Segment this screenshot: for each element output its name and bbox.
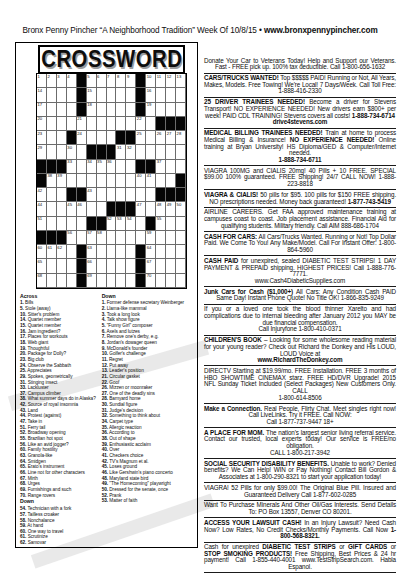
cell-r7c5[interactable]	[77, 160, 87, 174]
cell-r14c6[interactable]: 66	[87, 259, 97, 273]
clue-item: 34. Carpet type	[102, 419, 194, 424]
cell-r1c2[interactable]: 2	[47, 74, 57, 88]
cell-r6c10[interactable]: 32	[126, 145, 136, 159]
masthead-site-url: www.bronxpennypincher.com	[264, 26, 378, 35]
clue-item: 24. Observe the Sabbath	[20, 363, 99, 368]
cell-r2c7[interactable]	[97, 88, 107, 102]
cell-number: 55	[157, 216, 162, 221]
cell-r5c14[interactable]: 27	[166, 131, 176, 145]
cell-r11c1[interactable]: 51	[37, 217, 47, 231]
cell-r3c7[interactable]	[97, 103, 107, 117]
cell-r6c3[interactable]	[57, 145, 67, 159]
cell-number: 54	[127, 216, 132, 221]
cell-number: 8	[117, 74, 119, 79]
clue-item: 17. Places for workouts	[20, 334, 99, 339]
clue-item: 5. "Funny Girl" composer	[102, 323, 194, 328]
down-clues-list: 1. Former defense secretary Weinberger2.…	[102, 300, 194, 503]
cell-r1c9[interactable]: 8	[116, 74, 126, 88]
cell-r3c13[interactable]	[156, 103, 166, 117]
cell-r1c6[interactable]: 5	[87, 74, 97, 88]
black-cell-r4c13	[156, 117, 166, 131]
black-cell-r15c11	[136, 274, 146, 288]
cell-r2c13[interactable]	[156, 88, 166, 102]
cell-r8c6[interactable]	[87, 174, 97, 188]
cell-r9c11[interactable]	[136, 188, 146, 202]
cell-r4c7[interactable]	[97, 117, 107, 131]
cell-r2c2[interactable]	[47, 88, 57, 102]
cell-r7c13[interactable]: 37	[156, 160, 166, 174]
cell-r7c6[interactable]: 34	[87, 160, 97, 174]
cell-number: 21	[77, 116, 82, 121]
cell-r3c1[interactable]: 17	[37, 103, 47, 117]
cell-r8c2[interactable]: 38	[47, 174, 57, 188]
cell-r9c3[interactable]	[57, 188, 67, 202]
cell-r8c3[interactable]: 39	[57, 174, 67, 188]
black-cell-r9c15	[176, 188, 186, 202]
cell-r12c11[interactable]	[136, 231, 146, 245]
cell-r14c4[interactable]	[67, 259, 77, 273]
cell-r7c4[interactable]: 33	[67, 160, 77, 174]
clue-item: 18. Web giant	[20, 340, 99, 345]
cell-r11c15[interactable]	[176, 217, 186, 231]
cell-r5c7[interactable]	[97, 131, 107, 145]
clue-item: 10. Golfer's challenge	[102, 351, 194, 356]
cell-r3c14[interactable]	[166, 103, 176, 117]
cell-r5c12[interactable]	[146, 131, 156, 145]
cell-r11c4[interactable]	[67, 217, 77, 231]
cell-number: 60	[38, 245, 43, 250]
cell-r4c9[interactable]	[116, 117, 126, 131]
cell-r6c13[interactable]	[156, 145, 166, 159]
classified-ad: VIAGRA! 52 Pills for only $99.00! The Or…	[204, 482, 396, 500]
cell-r4c5[interactable]: 21	[77, 117, 87, 131]
cell-r12c7[interactable]: 58	[97, 231, 107, 245]
cell-r10c15[interactable]: 50	[176, 202, 186, 216]
cell-r9c12[interactable]	[146, 188, 156, 202]
cell-r14c1[interactable]: 65	[37, 259, 47, 273]
cell-r5c15[interactable]: 28	[176, 131, 186, 145]
cell-number: 69	[87, 273, 92, 278]
black-cell-r4c14	[166, 117, 176, 131]
cell-r6c4[interactable]: 30	[67, 145, 77, 159]
crossword-logo-box: CROSSWORD	[38, 45, 185, 74]
cell-r8c10[interactable]	[126, 174, 136, 188]
cell-r10c4[interactable]: 45	[67, 202, 77, 216]
black-cell-r10c9	[116, 202, 126, 216]
classified-ad: Donate Your Car to Veterans Today! Help …	[204, 56, 396, 73]
clue-item: 44. Protest (against)	[20, 413, 99, 418]
cell-r11c5[interactable]	[77, 217, 87, 231]
cell-r5c5[interactable]: 24	[77, 131, 87, 145]
cell-number: 36	[107, 159, 112, 164]
cell-r2c15[interactable]	[176, 88, 186, 102]
black-cell-r9c5	[77, 188, 87, 202]
cell-r1c15[interactable]: 13	[176, 74, 186, 88]
black-cell-r11c12	[146, 217, 156, 231]
cell-r13c3[interactable]: 62	[57, 245, 67, 259]
cell-number: 12	[167, 74, 172, 79]
cell-number: 2	[47, 74, 49, 79]
cell-number: 43	[87, 188, 92, 193]
cell-r1c1[interactable]: 1	[37, 74, 47, 88]
clue-item: 28. Barnyard home	[102, 396, 194, 401]
clue-item: 9. McDonald's founder	[102, 346, 194, 351]
clue-item: 27. One of the deadly sins	[102, 391, 194, 396]
clue-item: 39. Enthusiastic acclaim	[102, 442, 194, 447]
crossword-title: CROSSWORD	[41, 46, 182, 73]
cell-number: 35	[97, 159, 102, 164]
cell-r6c15[interactable]	[176, 145, 186, 159]
cell-r15c6[interactable]: 69	[87, 274, 97, 288]
cell-r9c9[interactable]	[116, 188, 126, 202]
clue-item: 37. Campus climber	[20, 391, 99, 396]
clue-item: 62. Samovar	[20, 540, 99, 545]
black-cell-r7c1	[37, 160, 47, 174]
cell-r1c3[interactable]: 3	[57, 74, 67, 88]
cell-r8c11[interactable]: 40	[136, 174, 146, 188]
cell-r1c7[interactable]: 6	[97, 74, 107, 88]
cell-r10c2[interactable]	[47, 202, 57, 216]
cell-r13c6[interactable]: 63	[87, 245, 97, 259]
cell-r13c4[interactable]	[67, 245, 77, 259]
cell-r2c12[interactable]: 16	[146, 88, 156, 102]
black-cell-r12c2	[47, 231, 57, 245]
cell-r12c10[interactable]	[126, 231, 136, 245]
cell-r8c13[interactable]	[156, 174, 166, 188]
classified-ad: Cash for unexpired DIABETIC TEST STRIPS …	[204, 542, 396, 573]
clue-item: 52. Prank	[102, 493, 194, 498]
cell-r2c8[interactable]	[107, 88, 117, 102]
cell-r2c1[interactable]: 14	[37, 88, 47, 102]
cell-r4c4[interactable]	[67, 117, 77, 131]
cell-r12c12[interactable]: 59	[146, 231, 156, 245]
cell-r5c2[interactable]	[47, 131, 57, 145]
cell-r15c8[interactable]	[107, 274, 117, 288]
cell-number: 57	[87, 230, 92, 235]
cell-r12c13[interactable]	[156, 231, 166, 245]
across-clues-column: Across 1. Bills5. Stole (away)10. Sitter…	[20, 292, 102, 545]
clue-item: 48. Maryland state bird	[102, 476, 194, 481]
cell-r14c8[interactable]	[107, 259, 117, 273]
cell-r15c3[interactable]	[57, 274, 67, 288]
cell-r15c2[interactable]	[47, 274, 57, 288]
cell-number: 52	[107, 216, 112, 221]
cell-r1c4[interactable]: 4	[67, 74, 77, 88]
black-cell-r9c4	[67, 188, 77, 202]
cell-r13c10[interactable]	[126, 245, 136, 259]
cell-r4c10[interactable]	[126, 117, 136, 131]
cell-r8c4[interactable]	[67, 174, 77, 188]
cell-number: 27	[167, 131, 172, 136]
cell-number: 7	[107, 74, 109, 79]
black-cell-r5c9	[116, 131, 126, 145]
cell-r8c8[interactable]	[107, 174, 117, 188]
cell-r12c15[interactable]	[176, 231, 186, 245]
clue-item: 47. Take in	[20, 419, 99, 424]
black-cell-r7c2	[47, 160, 57, 174]
cell-r3c3[interactable]	[57, 103, 67, 117]
cell-r6c2[interactable]	[47, 145, 57, 159]
cell-r1c14[interactable]: 12	[166, 74, 176, 88]
clue-item: 56. Like an avid jogger?	[20, 442, 99, 447]
cell-r14c2[interactable]	[47, 259, 57, 273]
cell-r1c8[interactable]: 7	[107, 74, 117, 88]
cell-r2c9[interactable]	[116, 88, 126, 102]
cell-number: 42	[38, 188, 43, 193]
cell-number: 68	[38, 273, 43, 278]
cell-r3c8[interactable]	[107, 103, 117, 117]
clue-item: 15. Quartet member	[20, 323, 99, 328]
clue-item: 11. Regret	[102, 357, 194, 362]
cell-r2c10[interactable]	[126, 88, 136, 102]
cell-r15c4[interactable]	[67, 274, 77, 288]
cell-r13c8[interactable]	[107, 245, 117, 259]
cell-r15c15[interactable]	[176, 274, 186, 288]
cell-r3c12[interactable]: 19	[146, 103, 156, 117]
clue-item: 26. Mizzen or moonraker	[102, 385, 194, 390]
clue-item: 2. Llama-like mammal	[102, 306, 194, 311]
cell-number: 10	[147, 74, 152, 79]
black-cell-r10c8	[107, 202, 117, 216]
cell-r15c1[interactable]: 68	[37, 274, 47, 288]
clue-item: 60. Family hostility	[20, 447, 99, 452]
cell-r11c8[interactable]: 52	[107, 217, 117, 231]
black-cell-r9c13	[156, 188, 166, 202]
cell-r2c6[interactable]: 15	[87, 88, 97, 102]
cell-r12c9[interactable]	[116, 231, 126, 245]
cell-r13c15[interactable]	[176, 245, 186, 259]
cell-r3c9[interactable]	[116, 103, 126, 117]
masthead-text: Bronx Penny Pincher “A Neighborhood Trad…	[22, 26, 264, 35]
cell-r15c14[interactable]	[166, 274, 176, 288]
clue-item: 42. TV's Magnum et al.	[102, 459, 194, 464]
newspaper-page: Bronx Penny Pincher “A Neighborhood Trad…	[0, 0, 400, 573]
cell-r9c8[interactable]	[107, 188, 117, 202]
cell-r12c5[interactable]	[77, 231, 87, 245]
cell-number: 48	[157, 202, 162, 207]
cell-r1c12[interactable]: 10	[146, 74, 156, 88]
clue-item: 65. Erato's instrument	[20, 464, 99, 469]
clue-item: 14. Quartet member	[20, 317, 99, 322]
cell-number: 14	[38, 88, 43, 93]
cell-r8c7[interactable]	[97, 174, 107, 188]
classified-ad: If you or a loved one took the blood thi…	[204, 304, 396, 335]
cell-r13c9[interactable]	[116, 245, 126, 259]
clue-item: 29. Spokes, geometrically	[20, 374, 99, 379]
clue-item: 13. Leader's position	[102, 368, 194, 373]
cell-r6c11[interactable]	[136, 145, 146, 159]
cell-r13c13[interactable]	[156, 245, 166, 259]
down-header: Down	[102, 294, 194, 300]
cell-r5c1[interactable]: 23	[37, 131, 47, 145]
cell-r11c14[interactable]	[166, 217, 176, 231]
cell-r10c7[interactable]	[97, 202, 107, 216]
cell-r4c12[interactable]	[146, 117, 156, 131]
cell-r15c10[interactable]	[126, 274, 136, 288]
cell-r4c8[interactable]	[107, 117, 117, 131]
cell-r5c3[interactable]	[57, 131, 67, 145]
cell-r10c14[interactable]: 49	[166, 202, 176, 216]
cell-r2c4[interactable]	[67, 88, 77, 102]
clue-item: 52. Broadway opening	[20, 430, 99, 435]
cell-number: 30	[67, 145, 72, 150]
classified-ad: CARS/TRUCKS WANTED! Top $$$$$ PAID! Runn…	[204, 73, 396, 97]
clue-item: 19. Thoughtful	[20, 346, 99, 351]
down-clues-column: Down 1. Former defense secretary Weinber…	[102, 292, 194, 545]
clue-item: 45. Loses ground	[102, 464, 194, 469]
cell-r11c10[interactable]: 54	[126, 217, 136, 231]
cell-number: 56	[67, 230, 72, 235]
masthead: Bronx Penny Pincher “A Neighborhood Trad…	[0, 26, 400, 35]
cell-number: 70	[147, 273, 152, 278]
crossword-feature-box: CROSSWORD 123456789101112131415161718192…	[15, 42, 198, 548]
cell-r13c1[interactable]: 60	[37, 245, 47, 259]
cell-r5c13[interactable]: 26	[156, 131, 166, 145]
cell-r5c8[interactable]	[107, 131, 117, 145]
cell-r14c14[interactable]	[166, 259, 176, 273]
cell-r12c8[interactable]	[107, 231, 117, 245]
cell-r9c10[interactable]	[126, 188, 136, 202]
cell-r13c12[interactable]: 64	[146, 245, 156, 259]
clue-item: 67. Mirth	[20, 476, 99, 481]
cell-r13c2[interactable]: 61	[47, 245, 57, 259]
cell-r10c11[interactable]: 47	[136, 202, 146, 216]
cell-r15c7[interactable]	[97, 274, 107, 288]
cell-r9c6[interactable]: 43	[87, 188, 97, 202]
cell-r5c6[interactable]	[87, 131, 97, 145]
cell-number: 3	[57, 74, 59, 79]
cell-number: 6	[97, 74, 99, 79]
cell-r10c5[interactable]: 46	[77, 202, 87, 216]
cell-r12c6[interactable]: 57	[87, 231, 97, 245]
cell-r6c9[interactable]: 31	[116, 145, 126, 159]
cell-r10c6[interactable]	[87, 202, 97, 216]
clue-item: 49. "The Homecoming" playwright	[102, 481, 194, 486]
cell-r14c7[interactable]	[97, 259, 107, 273]
cell-r8c14[interactable]	[166, 174, 176, 188]
cell-r3c2[interactable]	[47, 103, 57, 117]
cell-r12c14[interactable]	[166, 231, 176, 245]
down-clues-continued-list: 54. Technician with a fork57. Tailless c…	[20, 506, 99, 545]
cell-r7c15[interactable]	[176, 160, 186, 174]
cell-r15c9[interactable]	[116, 274, 126, 288]
cell-number: 13	[177, 74, 182, 79]
cell-r8c5[interactable]	[77, 174, 87, 188]
cell-r6c5[interactable]	[77, 145, 87, 159]
cell-r7c7[interactable]: 35	[97, 160, 107, 174]
cell-number: 29	[38, 145, 43, 150]
clue-item: 1. Bills	[20, 300, 99, 305]
cell-r2c3[interactable]	[57, 88, 67, 102]
cell-number: 40	[137, 173, 142, 178]
cell-r9c7[interactable]	[97, 188, 107, 202]
cell-r3c4[interactable]	[67, 103, 77, 117]
clue-item: 41. Checkers choice	[102, 453, 194, 458]
cell-number: 45	[67, 202, 72, 207]
cell-r13c14[interactable]	[166, 245, 176, 259]
cell-r5c11[interactable]: 25	[136, 131, 146, 145]
cell-r3c10[interactable]	[126, 103, 136, 117]
cell-r4c6[interactable]	[87, 117, 97, 131]
clue-item: 51. Ferry tail	[20, 425, 99, 430]
clue-item: 5. Stole (away)	[20, 306, 99, 311]
classified-ads-column: Donate Your Car to Veterans Today! Help …	[204, 56, 396, 573]
cell-r4c3[interactable]	[57, 117, 67, 131]
cell-r8c9[interactable]	[116, 174, 126, 188]
cell-r6c14[interactable]	[166, 145, 176, 159]
cell-r4c2[interactable]	[47, 117, 57, 131]
cell-r14c13[interactable]	[156, 259, 166, 273]
cell-r3c15[interactable]	[176, 103, 186, 117]
cell-r1c10[interactable]: 9	[126, 74, 136, 88]
cell-number: 16	[147, 88, 152, 93]
cell-r11c2[interactable]	[47, 217, 57, 231]
cell-number: 15	[87, 88, 92, 93]
cell-r12c4[interactable]: 56	[67, 231, 77, 245]
cell-r1c13[interactable]: 11	[156, 74, 166, 88]
classified-ad: AIRLINE CAREERS. Get FAA approved mainte…	[204, 207, 396, 231]
clue-item: 38. Out of shape	[102, 436, 194, 441]
cell-r3c6[interactable]: 18	[87, 103, 97, 117]
cell-r2c14[interactable]	[166, 88, 176, 102]
cell-r11c9[interactable]: 53	[116, 217, 126, 231]
cell-number: 41	[147, 173, 152, 178]
cell-r6c12[interactable]	[146, 145, 156, 159]
cell-r6c1[interactable]: 29	[37, 145, 47, 159]
cell-r11c3[interactable]	[57, 217, 67, 231]
cell-r14c12[interactable]: 67	[146, 259, 156, 273]
cell-r14c3[interactable]	[57, 259, 67, 273]
black-cell-r14c11	[136, 259, 146, 273]
cell-r7c8[interactable]: 36	[107, 160, 117, 174]
clue-item: 42. Source of royal insomnia	[20, 402, 99, 407]
cell-r10c12[interactable]	[146, 202, 156, 216]
cell-r15c13[interactable]	[156, 274, 166, 288]
cell-r10c13[interactable]: 48	[156, 202, 166, 216]
cell-number: 33	[67, 159, 72, 164]
cell-r10c3[interactable]	[57, 202, 67, 216]
cell-r7c14[interactable]	[166, 160, 176, 174]
cell-number: 9	[127, 74, 129, 79]
cell-r14c15[interactable]	[176, 259, 186, 273]
black-cell-r7c11	[136, 160, 146, 174]
cell-r7c9[interactable]	[116, 160, 126, 174]
cell-r13c7[interactable]	[97, 245, 107, 259]
cell-r11c13[interactable]: 55	[156, 217, 166, 231]
cell-r9c2[interactable]	[47, 188, 57, 202]
cell-r15c12[interactable]: 70	[146, 274, 156, 288]
cell-number: 18	[87, 102, 92, 107]
cell-r14c9[interactable]	[116, 259, 126, 273]
cell-number: 67	[147, 259, 152, 264]
cell-number: 1	[38, 74, 40, 79]
cell-number: 31	[117, 145, 122, 150]
cell-r14c10[interactable]	[126, 259, 136, 273]
cell-r10c1[interactable]: 44	[37, 202, 47, 216]
cell-r11c11[interactable]	[136, 217, 146, 231]
cell-r7c10[interactable]	[126, 160, 136, 174]
cell-number: 46	[77, 202, 82, 207]
cell-number: 32	[127, 145, 132, 150]
cell-number: 51	[38, 216, 43, 221]
cell-r4c1[interactable]: 20	[37, 117, 47, 131]
cell-number: 24	[77, 131, 82, 136]
cell-r9c1[interactable]: 42	[37, 188, 47, 202]
cell-r4c11[interactable]: 22	[136, 117, 146, 131]
cell-number: 63	[87, 245, 92, 250]
cell-r8c12[interactable]: 41	[146, 174, 156, 188]
classified-ad: VIAGRA 100MG and CIALIS 20mg! 40 Pills +…	[204, 165, 396, 189]
